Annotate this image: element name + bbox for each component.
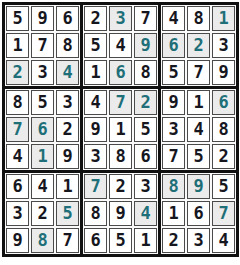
- cell-r5c7[interactable]: 3: [162, 117, 185, 142]
- block-8: 723894651: [83, 173, 158, 254]
- cell-r4c1[interactable]: 8: [6, 90, 29, 115]
- cell-r4c5[interactable]: 7: [109, 90, 132, 115]
- cell-r6c8[interactable]: 5: [187, 144, 210, 169]
- cell-r3c9[interactable]: 9: [212, 60, 235, 85]
- cell-r2c7[interactable]: 6: [162, 33, 185, 58]
- cell-r4c3[interactable]: 3: [56, 90, 79, 115]
- cell-r9c7[interactable]: 2: [162, 228, 185, 253]
- cell-r9c5[interactable]: 5: [109, 228, 132, 253]
- cell-r2c5[interactable]: 4: [109, 33, 132, 58]
- cell-r6c1[interactable]: 4: [6, 144, 29, 169]
- cell-r5c6[interactable]: 5: [134, 117, 157, 142]
- cell-r8c1[interactable]: 3: [6, 201, 29, 226]
- cell-r8c8[interactable]: 6: [187, 201, 210, 226]
- cell-r9c4[interactable]: 6: [84, 228, 107, 253]
- cell-r2c1[interactable]: 1: [6, 33, 29, 58]
- cell-r2c9[interactable]: 3: [212, 33, 235, 58]
- cell-r6c5[interactable]: 8: [109, 144, 132, 169]
- cell-r3c4[interactable]: 1: [84, 60, 107, 85]
- cell-r3c7[interactable]: 5: [162, 60, 185, 85]
- cell-r6c6[interactable]: 6: [134, 144, 157, 169]
- cell-r5c4[interactable]: 9: [84, 117, 107, 142]
- block-2: 237549168: [83, 5, 158, 86]
- cell-r7c8[interactable]: 9: [187, 174, 210, 199]
- cell-r9c9[interactable]: 4: [212, 228, 235, 253]
- cell-r4c7[interactable]: 9: [162, 90, 185, 115]
- block-6: 916348752: [161, 89, 236, 170]
- cell-r4c8[interactable]: 1: [187, 90, 210, 115]
- cell-r1c2[interactable]: 9: [31, 6, 54, 31]
- cell-r9c8[interactable]: 3: [187, 228, 210, 253]
- cell-r3c5[interactable]: 6: [109, 60, 132, 85]
- cell-r3c3[interactable]: 4: [56, 60, 79, 85]
- block-5: 472915386: [83, 89, 158, 170]
- cell-r8c2[interactable]: 2: [31, 201, 54, 226]
- cell-r1c3[interactable]: 6: [56, 6, 79, 31]
- cell-r4c6[interactable]: 2: [134, 90, 157, 115]
- cell-r8c5[interactable]: 9: [109, 201, 132, 226]
- cell-r5c1[interactable]: 7: [6, 117, 29, 142]
- cell-r6c3[interactable]: 9: [56, 144, 79, 169]
- cell-r5c3[interactable]: 2: [56, 117, 79, 142]
- cell-r7c1[interactable]: 6: [6, 174, 29, 199]
- cell-r9c2[interactable]: 8: [31, 228, 54, 253]
- cell-r7c4[interactable]: 7: [84, 174, 107, 199]
- cell-r3c8[interactable]: 7: [187, 60, 210, 85]
- cell-r8c3[interactable]: 5: [56, 201, 79, 226]
- cell-r9c3[interactable]: 7: [56, 228, 79, 253]
- cell-r1c5[interactable]: 3: [109, 6, 132, 31]
- cell-r2c6[interactable]: 9: [134, 33, 157, 58]
- cell-r5c8[interactable]: 4: [187, 117, 210, 142]
- cell-r1c9[interactable]: 1: [212, 6, 235, 31]
- cell-r4c9[interactable]: 6: [212, 90, 235, 115]
- cell-r3c1[interactable]: 2: [6, 60, 29, 85]
- cell-r1c8[interactable]: 8: [187, 6, 210, 31]
- cell-r1c4[interactable]: 2: [84, 6, 107, 31]
- block-4: 853762419: [5, 89, 80, 170]
- cell-r7c2[interactable]: 4: [31, 174, 54, 199]
- cell-r6c2[interactable]: 1: [31, 144, 54, 169]
- cell-r1c1[interactable]: 5: [6, 6, 29, 31]
- cell-r6c4[interactable]: 3: [84, 144, 107, 169]
- cell-r3c2[interactable]: 3: [31, 60, 54, 85]
- cell-r7c7[interactable]: 8: [162, 174, 185, 199]
- cell-r3c6[interactable]: 8: [134, 60, 157, 85]
- cell-r6c7[interactable]: 7: [162, 144, 185, 169]
- cell-r2c3[interactable]: 8: [56, 33, 79, 58]
- cell-r9c1[interactable]: 9: [6, 228, 29, 253]
- cell-r8c9[interactable]: 7: [212, 201, 235, 226]
- cell-r1c7[interactable]: 4: [162, 6, 185, 31]
- cell-r8c4[interactable]: 8: [84, 201, 107, 226]
- block-3: 481623579: [161, 5, 236, 86]
- cell-r8c7[interactable]: 1: [162, 201, 185, 226]
- cell-r5c9[interactable]: 8: [212, 117, 235, 142]
- cell-r4c4[interactable]: 4: [84, 90, 107, 115]
- cell-r7c3[interactable]: 1: [56, 174, 79, 199]
- block-1: 596178234: [5, 5, 80, 86]
- cell-r7c5[interactable]: 2: [109, 174, 132, 199]
- block-9: 895167234: [161, 173, 236, 254]
- cell-r7c6[interactable]: 3: [134, 174, 157, 199]
- sudoku-board: 5961782342375491684816235798537624194729…: [2, 2, 239, 257]
- cell-r2c4[interactable]: 5: [84, 33, 107, 58]
- cell-r1c6[interactable]: 7: [134, 6, 157, 31]
- cell-r2c2[interactable]: 7: [31, 33, 54, 58]
- cell-r9c6[interactable]: 1: [134, 228, 157, 253]
- cell-r4c2[interactable]: 5: [31, 90, 54, 115]
- cell-r7c9[interactable]: 5: [212, 174, 235, 199]
- cell-r8c6[interactable]: 4: [134, 201, 157, 226]
- cell-r6c9[interactable]: 2: [212, 144, 235, 169]
- block-7: 641325987: [5, 173, 80, 254]
- cell-r2c8[interactable]: 2: [187, 33, 210, 58]
- cell-r5c5[interactable]: 1: [109, 117, 132, 142]
- cell-r5c2[interactable]: 6: [31, 117, 54, 142]
